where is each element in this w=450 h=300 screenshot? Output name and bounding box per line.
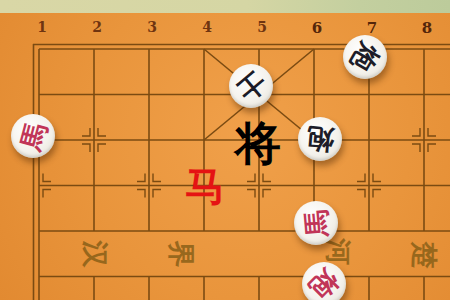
file-number-2: 2 (92, 19, 102, 35)
river-char-楚: 楚 (406, 242, 442, 269)
annotation-马: 马 (185, 166, 225, 206)
xiangqi-board[interactable]: 12345678 汉界河楚 将马 士炮炮馬馬炮 (0, 0, 450, 300)
black-piece-炮[interactable]: 炮 (298, 117, 342, 161)
file-number-4: 4 (202, 19, 212, 35)
piece-glyph: 馬 (301, 208, 330, 237)
river-char-界: 界 (163, 241, 199, 268)
piece-glyph: 炮 (305, 265, 343, 300)
piece-glyph: 馬 (16, 119, 49, 152)
red-piece-炮[interactable]: 炮 (302, 262, 346, 300)
red-piece-馬[interactable]: 馬 (11, 114, 55, 158)
file-number-8: 8 (422, 19, 432, 37)
table-edge-left (0, 0, 8, 300)
annotation-将: 将 (235, 120, 281, 166)
piece-glyph: 炮 (305, 124, 334, 153)
black-piece-炮[interactable]: 炮 (343, 35, 387, 79)
file-number-5: 5 (257, 19, 267, 35)
file-number-3: 3 (147, 19, 157, 35)
red-piece-馬[interactable]: 馬 (294, 201, 338, 245)
piece-glyph: 炮 (347, 39, 384, 76)
file-number-6: 6 (312, 19, 322, 37)
piece-glyph: 士 (232, 67, 270, 105)
black-piece-士[interactable]: 士 (229, 64, 273, 108)
table-edge-top (0, 0, 450, 13)
xiangqi-photo: 12345678 汉界河楚 将马 士炮炮馬馬炮 (0, 0, 450, 300)
river-char-汉: 汉 (77, 241, 113, 268)
file-number-1: 1 (37, 19, 47, 35)
